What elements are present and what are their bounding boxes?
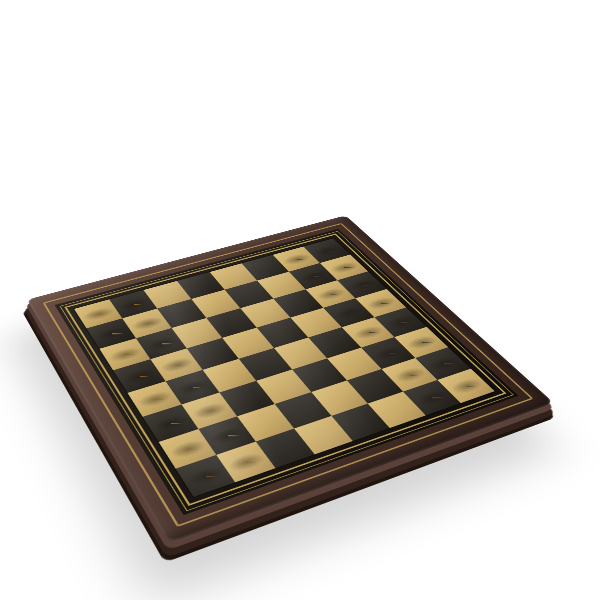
piece-base-ring: [233, 456, 258, 463]
pawn-glyph: ●: [169, 322, 184, 339]
pawn-glyph: ●: [185, 343, 201, 361]
pawn-glyph: ●: [237, 414, 254, 433]
pawn-glyph: ●: [154, 302, 169, 319]
piece-base-ring: [377, 348, 399, 354]
pawn-glyph: ●: [323, 255, 337, 271]
rook-glyph: ♜: [454, 329, 477, 355]
piece-base-ring: [420, 392, 443, 398]
pawn-glyph: ●: [126, 264, 140, 280]
pawn-glyph: ●: [201, 365, 217, 383]
pawn-glyph: ●: [342, 272, 356, 288]
piece-base-ring: [191, 469, 220, 477]
pawn-glyph: ●: [219, 389, 235, 408]
pawn-glyph: ●: [306, 238, 320, 254]
pawn-glyph: ●: [402, 331, 417, 349]
piece-base-ring: [398, 369, 421, 375]
piece-base-ring: [453, 379, 479, 386]
pawn-glyph: ●: [381, 311, 396, 328]
pawn-glyph: ●: [424, 353, 440, 371]
product-photo: ♜●♞●♝●♚●♛●♝●●♞♜●●♜♞●●♝●♚●♛●♝●♞●♜: [0, 0, 600, 600]
pawn-glyph: ●: [140, 282, 154, 298]
scene-3d: ♜●♞●♝●♚●♛●♝●●♞♜●●♜♞●●♝●♚●♛●♝●♞●♜: [0, 0, 600, 600]
chess-board: ♜●♞●♝●♚●♛●♝●●♞♜●●♜♞●●♝●♚●♛●♝●♞●♜: [27, 215, 554, 543]
pawn-glyph: ●: [290, 221, 303, 236]
rook-glyph: ♜: [192, 413, 218, 442]
pawn-glyph: ●: [361, 291, 376, 308]
